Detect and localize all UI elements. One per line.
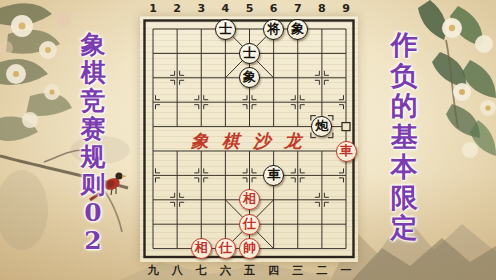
right-banner-title: 作负的基本限定 [388, 30, 420, 244]
file-label-top: 6 [267, 2, 281, 15]
piece-red-chariot[interactable]: 車 [336, 141, 357, 162]
piece-black-chariot[interactable]: 車 [263, 165, 284, 186]
file-label-bottom: 九 [146, 263, 160, 278]
file-label-bottom: 三 [291, 263, 305, 278]
banner-char: 赛 [81, 115, 106, 143]
file-label-top: 4 [218, 2, 232, 15]
piece-black-elephant[interactable]: 象 [287, 19, 308, 40]
file-label-top: 3 [194, 2, 208, 15]
piece-black-advisor[interactable]: 士 [215, 19, 236, 40]
banner-char: 规 [81, 143, 106, 171]
file-label-top: 7 [291, 2, 305, 15]
piece-black-advisor[interactable]: 士 [239, 43, 260, 64]
banner-char: 棋 [81, 59, 106, 87]
piece-red-king[interactable]: 帥 [239, 238, 260, 259]
file-label-bottom: 六 [218, 263, 232, 278]
file-label-bottom: 七 [194, 263, 208, 278]
file-label-top: 1 [146, 2, 160, 15]
file-label-bottom: 八 [170, 263, 184, 278]
banner-char: 竞 [81, 87, 106, 115]
file-label-top: 9 [339, 2, 353, 15]
file-label-top: 8 [315, 2, 329, 15]
banner-char: 2 [84, 227, 101, 255]
banner-char: 0 [84, 199, 101, 227]
file-label-top: 5 [243, 2, 257, 15]
file-label-bottom: 五 [243, 263, 257, 278]
banner-char: 则 [81, 171, 106, 199]
banner-char: 限 [391, 183, 418, 214]
banner-char: 定 [391, 213, 418, 244]
piece-black-king[interactable]: 将 [263, 19, 284, 40]
file-label-bottom: 四 [267, 263, 281, 278]
file-label-bottom: 一 [339, 263, 353, 278]
poster: 象棋竞赛规则02 作负的基本限定 象棋沙龙 123456789 九八七六五四三二… [0, 0, 496, 280]
svg-text:象棋沙龙: 象棋沙龙 [190, 131, 315, 151]
banner-char: 象 [81, 31, 106, 59]
piece-red-elephant[interactable]: 相 [191, 238, 212, 259]
file-label-top: 2 [170, 2, 184, 15]
banner-char: 作 [391, 30, 418, 61]
banner-char: 基 [391, 122, 418, 153]
banner-char: 负 [391, 61, 418, 92]
piece-red-advisor[interactable]: 仕 [215, 238, 236, 259]
piece-red-advisor[interactable]: 仕 [239, 214, 260, 235]
left-banner-title: 象棋竞赛规则02 [77, 31, 109, 255]
banner-char: 的 [391, 91, 418, 122]
banner-char: 本 [391, 152, 418, 183]
file-label-bottom: 二 [315, 263, 329, 278]
